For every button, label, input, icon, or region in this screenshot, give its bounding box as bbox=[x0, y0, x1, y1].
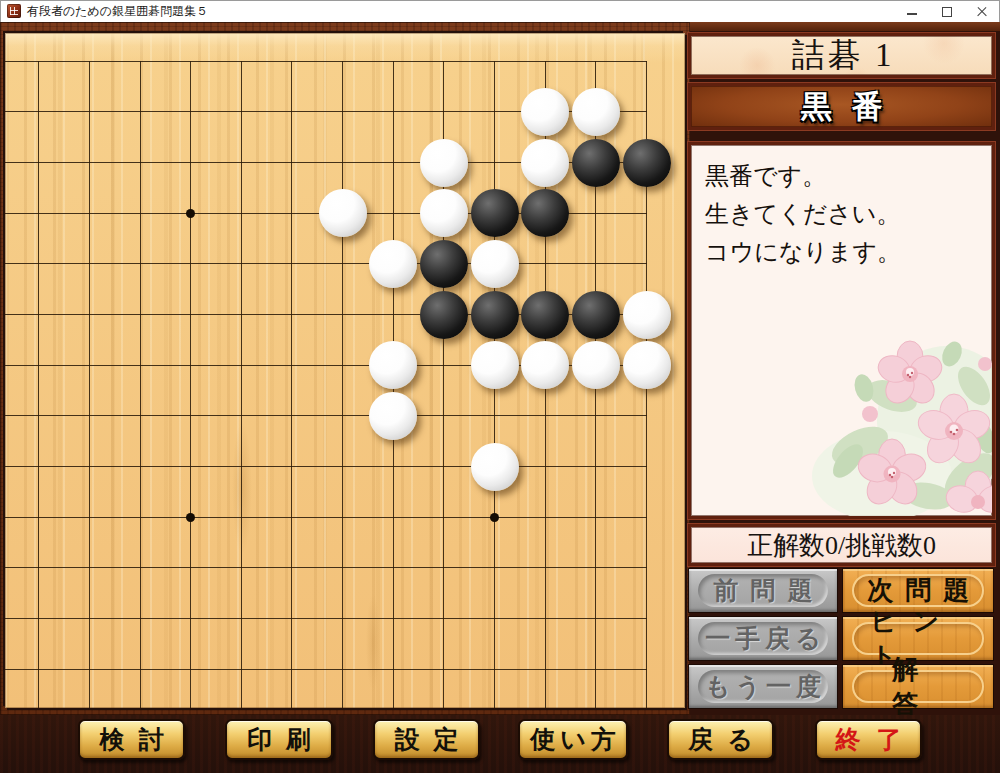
grid-line-h bbox=[5, 61, 647, 62]
howto-label: 使い方 bbox=[525, 723, 621, 756]
hoshi-point bbox=[490, 513, 499, 522]
retry-label: もう一度 bbox=[700, 670, 826, 703]
stone-white[interactable] bbox=[521, 88, 569, 136]
undo-move-label: 一手戻る bbox=[700, 622, 826, 655]
exit-button[interactable]: 終了 bbox=[815, 719, 922, 760]
review-label: 検討 bbox=[86, 723, 178, 756]
message-line-1: 黒番です。 bbox=[705, 157, 901, 195]
problem-title-box: 詰碁 1 bbox=[688, 33, 995, 78]
grid-line-v bbox=[140, 61, 141, 708]
exit-label: 終了 bbox=[820, 723, 918, 756]
problem-title: 詰碁 1 bbox=[789, 33, 895, 78]
grid-line-h bbox=[5, 263, 647, 264]
stone-white[interactable] bbox=[319, 189, 367, 237]
prev-problem-label: 前問題 bbox=[702, 574, 825, 607]
frame-strip bbox=[690, 22, 1000, 31]
grid-line-h bbox=[5, 567, 647, 568]
message-box: 黒番です。 生きてください。 コウになります。 bbox=[688, 142, 995, 519]
answer-button[interactable]: 解答 bbox=[842, 664, 994, 709]
grid-line-v bbox=[241, 61, 242, 708]
undo-move-button[interactable]: 一手戻る bbox=[688, 616, 838, 661]
grid-line-h bbox=[5, 415, 647, 416]
settings-label: 設定 bbox=[381, 723, 473, 756]
flower-illustration bbox=[742, 326, 992, 516]
app-window: 有段者のための銀星囲碁問題集５ 詰碁 1 黒 番 bbox=[0, 0, 1000, 773]
grid-line-v bbox=[89, 61, 90, 708]
score-counter-box: 正解数0/挑戦数0 bbox=[688, 524, 995, 566]
message-line-2: 生きてください。 bbox=[705, 195, 901, 233]
message-line-3: コウになります。 bbox=[705, 233, 901, 271]
minimize-icon bbox=[907, 13, 917, 15]
stone-white[interactable] bbox=[420, 189, 468, 237]
retry-button[interactable]: もう一度 bbox=[688, 664, 838, 709]
stone-white[interactable] bbox=[369, 240, 417, 288]
stone-white[interactable] bbox=[420, 139, 468, 187]
stone-black[interactable] bbox=[471, 291, 519, 339]
window-title: 有段者のための銀星囲碁問題集５ bbox=[27, 0, 208, 22]
maximize-button[interactable] bbox=[930, 0, 964, 22]
bottom-toolbar: 検討 印刷 設定 使い方 戻る 終了 bbox=[0, 715, 1000, 773]
stone-black[interactable] bbox=[623, 139, 671, 187]
stone-white[interactable] bbox=[471, 443, 519, 491]
grid-line-v bbox=[291, 61, 292, 708]
answer-label: 解答 bbox=[854, 652, 982, 722]
turn-indicator-box: 黒 番 bbox=[688, 83, 995, 130]
hoshi-point bbox=[186, 209, 195, 218]
stone-black[interactable] bbox=[521, 291, 569, 339]
turn-indicator: 黒 番 bbox=[795, 86, 889, 128]
grid-line-v bbox=[342, 61, 343, 708]
stone-white[interactable] bbox=[521, 139, 569, 187]
stone-white[interactable] bbox=[471, 240, 519, 288]
minimize-button[interactable] bbox=[895, 0, 929, 22]
prev-problem-button[interactable]: 前問題 bbox=[688, 568, 838, 613]
settings-button[interactable]: 設定 bbox=[373, 719, 480, 760]
message-text: 黒番です。 生きてください。 コウになります。 bbox=[705, 157, 901, 271]
grid-line-h bbox=[5, 618, 647, 619]
stone-white[interactable] bbox=[572, 341, 620, 389]
review-button[interactable]: 検討 bbox=[78, 719, 185, 760]
grid-line-h bbox=[5, 669, 647, 670]
hoshi-point bbox=[186, 513, 195, 522]
maximize-icon bbox=[942, 7, 952, 17]
back-button[interactable]: 戻る bbox=[667, 719, 774, 760]
stone-black[interactable] bbox=[420, 291, 468, 339]
stone-white[interactable] bbox=[623, 341, 671, 389]
app-icon bbox=[7, 4, 21, 18]
stone-white[interactable] bbox=[471, 341, 519, 389]
stone-black[interactable] bbox=[572, 291, 620, 339]
score-counter: 正解数0/挑戦数0 bbox=[747, 528, 936, 563]
stone-white[interactable] bbox=[623, 291, 671, 339]
grid-line-v bbox=[190, 61, 191, 708]
howto-button[interactable]: 使い方 bbox=[518, 719, 628, 760]
grid-line-h bbox=[5, 466, 647, 467]
back-label: 戻る bbox=[674, 723, 767, 756]
grid-line-v bbox=[38, 61, 39, 708]
grid-line-h bbox=[5, 517, 647, 518]
title-bar: 有段者のための銀星囲碁問題集５ bbox=[0, 0, 1000, 22]
stone-black[interactable] bbox=[471, 189, 519, 237]
stone-white[interactable] bbox=[572, 88, 620, 136]
stone-black[interactable] bbox=[572, 139, 620, 187]
stone-black[interactable] bbox=[420, 240, 468, 288]
print-label: 印刷 bbox=[233, 723, 325, 756]
close-button[interactable] bbox=[965, 0, 999, 22]
print-button[interactable]: 印刷 bbox=[225, 719, 333, 760]
stone-white[interactable] bbox=[369, 392, 417, 440]
